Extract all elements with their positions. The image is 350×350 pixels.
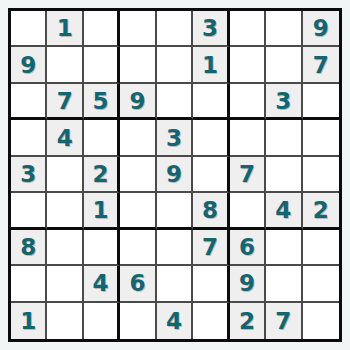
cell-r9c6[interactable] [193, 303, 229, 339]
cell-r7c9[interactable] [303, 230, 339, 266]
cell-r1c4[interactable] [120, 11, 156, 47]
cell-r2c8[interactable] [266, 47, 302, 83]
cell-r8c7[interactable]: 9 [230, 266, 266, 302]
cell-r6c8[interactable]: 4 [266, 193, 302, 229]
cell-r6c2[interactable] [47, 193, 83, 229]
cell-r7c5[interactable] [157, 230, 193, 266]
cell-r9c7[interactable]: 2 [230, 303, 266, 339]
cell-r3c9[interactable] [303, 84, 339, 120]
cell-r1c3[interactable] [84, 11, 120, 47]
cell-r8c3[interactable]: 4 [84, 266, 120, 302]
cell-r6c4[interactable] [120, 193, 156, 229]
cell-r9c3[interactable] [84, 303, 120, 339]
cell-r8c4[interactable]: 6 [120, 266, 156, 302]
cell-r5c4[interactable] [120, 157, 156, 193]
cell-r1c7[interactable] [230, 11, 266, 47]
cell-r8c1[interactable] [11, 266, 47, 302]
cell-r1c8[interactable] [266, 11, 302, 47]
cell-r4c2[interactable]: 4 [47, 120, 83, 156]
cell-r1c5[interactable] [157, 11, 193, 47]
cell-r4c4[interactable] [120, 120, 156, 156]
cell-r3c5[interactable] [157, 84, 193, 120]
cell-r4c8[interactable] [266, 120, 302, 156]
cell-r5c6[interactable] [193, 157, 229, 193]
cell-r2c3[interactable] [84, 47, 120, 83]
cell-r6c1[interactable] [11, 193, 47, 229]
cell-r8c9[interactable] [303, 266, 339, 302]
cell-r7c7[interactable]: 6 [230, 230, 266, 266]
cell-r7c2[interactable] [47, 230, 83, 266]
cell-r1c1[interactable] [11, 11, 47, 47]
cell-r9c8[interactable]: 7 [266, 303, 302, 339]
cell-r7c8[interactable] [266, 230, 302, 266]
cell-r6c3[interactable]: 1 [84, 193, 120, 229]
cell-r2c1[interactable]: 9 [11, 47, 47, 83]
cell-r2c4[interactable] [120, 47, 156, 83]
cell-r8c2[interactable] [47, 266, 83, 302]
cell-r3c3[interactable]: 5 [84, 84, 120, 120]
cell-r9c2[interactable] [47, 303, 83, 339]
cell-r5c8[interactable] [266, 157, 302, 193]
cell-r2c2[interactable] [47, 47, 83, 83]
cell-r7c1[interactable]: 8 [11, 230, 47, 266]
cell-r4c1[interactable] [11, 120, 47, 156]
cell-r5c7[interactable]: 7 [230, 157, 266, 193]
cell-r8c5[interactable] [157, 266, 193, 302]
cell-r9c1[interactable]: 1 [11, 303, 47, 339]
cell-r7c3[interactable] [84, 230, 120, 266]
cell-r1c2[interactable]: 1 [47, 11, 83, 47]
cell-r9c4[interactable] [120, 303, 156, 339]
cell-r3c7[interactable] [230, 84, 266, 120]
cell-r4c7[interactable] [230, 120, 266, 156]
cell-r3c1[interactable] [11, 84, 47, 120]
cell-r5c3[interactable]: 2 [84, 157, 120, 193]
cell-r6c5[interactable] [157, 193, 193, 229]
cell-r4c5[interactable]: 3 [157, 120, 193, 156]
cell-r3c6[interactable] [193, 84, 229, 120]
cell-r6c6[interactable]: 8 [193, 193, 229, 229]
sudoku-board: 139917759343329718428764691427 [8, 8, 342, 342]
cell-r6c9[interactable]: 2 [303, 193, 339, 229]
cell-r4c9[interactable] [303, 120, 339, 156]
cell-r4c6[interactable] [193, 120, 229, 156]
cell-r5c1[interactable]: 3 [11, 157, 47, 193]
cell-r7c6[interactable]: 7 [193, 230, 229, 266]
cell-r3c8[interactable]: 3 [266, 84, 302, 120]
cell-r8c6[interactable] [193, 266, 229, 302]
cell-r8c8[interactable] [266, 266, 302, 302]
cell-r2c5[interactable] [157, 47, 193, 83]
cell-r3c4[interactable]: 9 [120, 84, 156, 120]
cell-r2c6[interactable]: 1 [193, 47, 229, 83]
cell-r2c7[interactable] [230, 47, 266, 83]
cell-r1c6[interactable]: 3 [193, 11, 229, 47]
cell-r9c5[interactable]: 4 [157, 303, 193, 339]
cell-r4c3[interactable] [84, 120, 120, 156]
cell-r1c9[interactable]: 9 [303, 11, 339, 47]
cell-r5c2[interactable] [47, 157, 83, 193]
cell-r6c7[interactable] [230, 193, 266, 229]
cell-r5c5[interactable]: 9 [157, 157, 193, 193]
cell-r5c9[interactable] [303, 157, 339, 193]
cell-r3c2[interactable]: 7 [47, 84, 83, 120]
cell-r7c4[interactable] [120, 230, 156, 266]
cell-r9c9[interactable] [303, 303, 339, 339]
cell-r2c9[interactable]: 7 [303, 47, 339, 83]
